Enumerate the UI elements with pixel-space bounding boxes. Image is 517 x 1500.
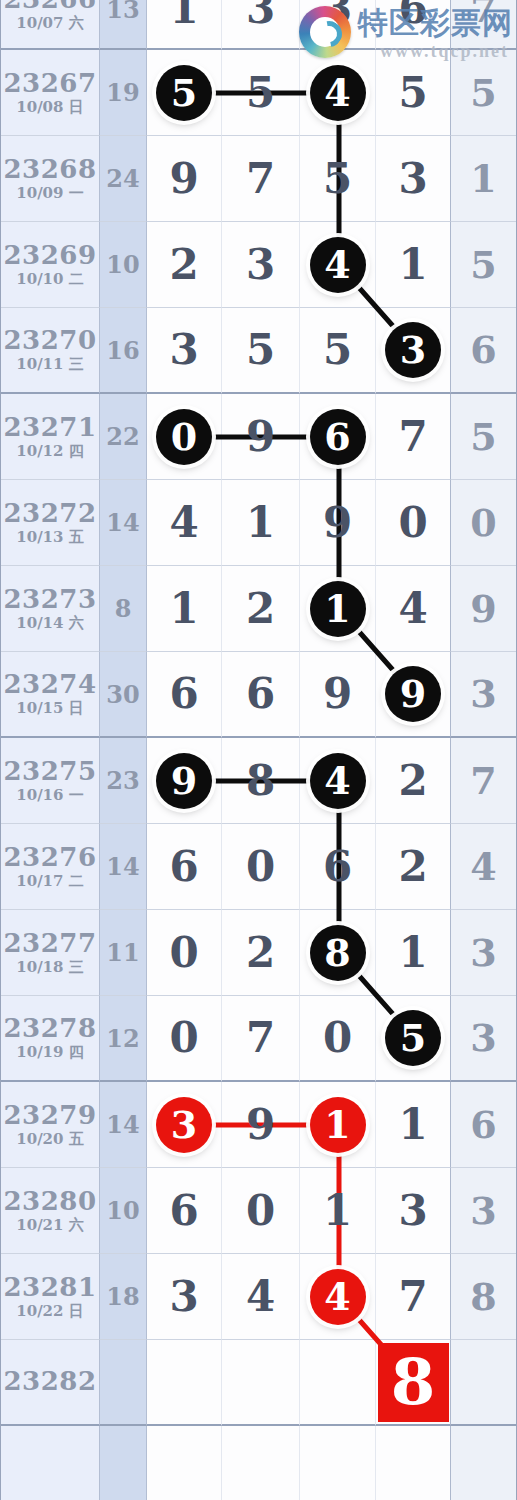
predicted-number-box: 8 (378, 1343, 449, 1422)
digit-value: 6 (169, 846, 198, 888)
digit-cell: 6 (451, 308, 516, 394)
sum-cell: 14 (100, 480, 147, 566)
digit-cell: 4 (451, 824, 516, 910)
sum-value: 10 (106, 250, 139, 279)
period-number: 23280 (4, 1187, 97, 1217)
digit-cell: 6 (147, 824, 222, 910)
sum-cell: 22 (100, 394, 147, 480)
black-circle: 5 (156, 65, 212, 121)
black-circle: 6 (310, 409, 366, 465)
digit-cell: 9 (222, 1082, 300, 1168)
period-cell: 2327810/19 四 (1, 996, 100, 1082)
digit-value: 0 (246, 1190, 275, 1232)
digit-value: 5 (470, 246, 496, 284)
digit-cell (147, 1426, 222, 1500)
digit-cell: 3 (451, 996, 516, 1082)
sum-value: 19 (106, 78, 139, 107)
period-number: 23275 (4, 757, 97, 787)
digit-cell: 2 (222, 566, 300, 652)
period-cell: 2326910/10 二 (1, 222, 100, 308)
sum-cell: 19 (100, 50, 147, 136)
digit-value: 1 (323, 1190, 352, 1232)
digit-cell: 9 (300, 480, 376, 566)
digit-cell: 4 (222, 1254, 300, 1340)
digit-cell: 3 (376, 136, 451, 222)
digit-value: 0 (398, 502, 427, 544)
digit-cell: 5 (451, 394, 516, 480)
sum-cell: 14 (100, 1082, 147, 1168)
digit-value: 4 (398, 588, 427, 630)
digit-value: 6 (323, 846, 352, 888)
digit-value: 0 (470, 504, 496, 542)
draw-date: 10/09 一 (16, 185, 83, 202)
digit-cell: 1 (451, 136, 516, 222)
digit-cell: 9 (376, 652, 451, 738)
digit-cell: 6 (222, 652, 300, 738)
digit-value: 1 (169, 0, 198, 30)
black-circle: 4 (310, 753, 366, 809)
draw-date: 10/20 五 (16, 1131, 83, 1148)
digit-cell: 5 (376, 996, 451, 1082)
digit-value: 9 (169, 158, 198, 200)
digit-cell: 0 (300, 996, 376, 1082)
digit-value: 0 (169, 1017, 198, 1059)
digit-value: 9 (323, 502, 352, 544)
digit-value: 4 (246, 1276, 275, 1318)
digit-cell: 1 (300, 1082, 376, 1168)
period-number: 23277 (4, 929, 97, 959)
digit-value: 3 (470, 1192, 496, 1230)
sum-cell: 12 (100, 996, 147, 1082)
digit-value: 6 (470, 1106, 496, 1144)
digit-cell: 0 (222, 1168, 300, 1254)
sum-cell: 11 (100, 910, 147, 996)
digit-value: 5 (246, 72, 275, 114)
draw-date: 10/12 四 (16, 443, 83, 460)
period-cell: 2327710/18 三 (1, 910, 100, 996)
sum-value: 16 (106, 336, 139, 365)
period-cell: 2328010/21 六 (1, 1168, 100, 1254)
digit-cell: 8 (222, 738, 300, 824)
black-circle: 8 (310, 925, 366, 981)
digit-cell: 3 (147, 1082, 222, 1168)
digit-value: 4 (169, 502, 198, 544)
digit-cell: 0 (451, 480, 516, 566)
sum-value: 30 (106, 680, 139, 709)
sum-value: 12 (106, 1024, 139, 1053)
digit-value: 0 (323, 1017, 352, 1059)
black-circle: 4 (310, 65, 366, 121)
sum-cell (100, 1426, 147, 1500)
period-cell: 2327510/16 一 (1, 738, 100, 824)
trend-grid: 2326610/07 六13133672326710/08 日195545523… (1, 0, 516, 1500)
digit-cell: 5 (376, 50, 451, 136)
period-number: 23278 (4, 1014, 97, 1044)
digit-cell: 7 (376, 394, 451, 480)
period-cell: 2326710/08 日 (1, 50, 100, 136)
digit-value: 2 (398, 760, 427, 802)
period-cell: 2328110/22 日 (1, 1254, 100, 1340)
digit-value: 0 (246, 846, 275, 888)
digit-cell: 0 (376, 480, 451, 566)
digit-cell (222, 1340, 300, 1426)
digit-value: 5 (398, 72, 427, 114)
period-cell (1, 1426, 100, 1500)
period-cell: 2327110/12 四 (1, 394, 100, 480)
digit-cell: 7 (376, 1254, 451, 1340)
digit-cell: 8 (451, 1254, 516, 1340)
digit-value: 1 (246, 502, 275, 544)
digit-cell: 0 (222, 824, 300, 910)
period-number: 23273 (4, 585, 97, 615)
digit-cell: 5 (451, 50, 516, 136)
period-number: 23272 (4, 499, 97, 529)
digit-cell: 4 (147, 480, 222, 566)
digit-value: 9 (246, 416, 275, 458)
digit-cell: 4 (300, 222, 376, 308)
sum-value: 10 (106, 1196, 139, 1225)
digit-cell: 3 (147, 308, 222, 394)
digit-value: 7 (470, 762, 496, 800)
digit-cell: 6 (300, 394, 376, 480)
black-circle: 4 (310, 237, 366, 293)
period-number: 23266 (4, 0, 97, 15)
digit-cell: 6 (300, 824, 376, 910)
period-cell: 2327410/15 日 (1, 652, 100, 738)
draw-date: 10/18 三 (16, 959, 83, 976)
sum-cell: 8 (100, 566, 147, 652)
draw-date: 10/17 二 (16, 873, 83, 890)
sum-value: 14 (106, 852, 139, 881)
digit-cell: 8 (376, 1340, 451, 1426)
digit-cell: 9 (147, 136, 222, 222)
digit-value: 6 (169, 1190, 198, 1232)
digit-value: 3 (470, 675, 496, 713)
period-number: 23282 (4, 1367, 97, 1397)
period-cell: 2326810/09 一 (1, 136, 100, 222)
sum-value: 22 (106, 422, 139, 451)
digit-cell: 4 (300, 738, 376, 824)
draw-date: 10/11 三 (16, 356, 83, 373)
period-number: 23268 (4, 155, 97, 185)
draw-date: 10/10 二 (16, 271, 83, 288)
digit-value: 5 (470, 418, 496, 456)
digit-cell: 3 (376, 1168, 451, 1254)
digit-cell: 0 (147, 910, 222, 996)
digit-value: 0 (169, 932, 198, 974)
sum-cell (100, 1340, 147, 1426)
digit-value: 6 (246, 673, 275, 715)
logo-watermark-url: www.tqcp.net (380, 41, 509, 62)
digit-cell: 7 (222, 996, 300, 1082)
draw-date: 10/19 四 (16, 1044, 83, 1061)
logo-title: 特区彩票网 (358, 6, 513, 39)
digit-cell (300, 1340, 376, 1426)
digit-cell: 3 (222, 0, 300, 50)
black-circle: 0 (156, 409, 212, 465)
black-circle: 1 (310, 581, 366, 637)
digit-cell (376, 1426, 451, 1500)
period-cell: 2327210/13 五 (1, 480, 100, 566)
digit-value: 3 (470, 934, 496, 972)
digit-cell (451, 1340, 516, 1426)
digit-value: 3 (398, 158, 427, 200)
draw-date: 10/22 日 (16, 1303, 83, 1320)
digit-value: 1 (398, 1104, 427, 1146)
draw-date: 10/13 五 (16, 529, 83, 546)
digit-value: 1 (398, 932, 427, 974)
digit-cell: 0 (147, 394, 222, 480)
draw-date: 10/14 六 (16, 615, 83, 632)
digit-cell: 5 (451, 222, 516, 308)
digit-cell: 4 (300, 1254, 376, 1340)
digit-cell: 9 (300, 652, 376, 738)
sum-cell: 10 (100, 222, 147, 308)
sum-cell: 18 (100, 1254, 147, 1340)
sum-value: 14 (106, 1110, 139, 1139)
digit-cell: 7 (451, 738, 516, 824)
digit-cell: 2 (222, 910, 300, 996)
digit-value: 2 (398, 846, 427, 888)
sum-cell: 14 (100, 824, 147, 910)
sum-cell: 24 (100, 136, 147, 222)
digit-value: 7 (246, 1017, 275, 1059)
digit-cell: 0 (147, 996, 222, 1082)
sum-value: 8 (115, 594, 132, 623)
digit-cell: 8 (300, 910, 376, 996)
black-circle: 5 (385, 1010, 441, 1066)
period-number: 23279 (4, 1101, 97, 1131)
digit-cell: 6 (147, 1168, 222, 1254)
digit-cell: 5 (222, 50, 300, 136)
digit-value: 1 (470, 160, 496, 198)
digit-value: 9 (470, 590, 496, 628)
sum-cell: 10 (100, 1168, 147, 1254)
digit-cell (451, 1426, 516, 1500)
digit-value: 7 (398, 1276, 427, 1318)
draw-date: 10/21 六 (16, 1217, 83, 1234)
sum-cell: 30 (100, 652, 147, 738)
digit-value: 3 (169, 329, 198, 371)
digit-value: 3 (470, 1019, 496, 1057)
digit-value: 9 (323, 673, 352, 715)
sum-cell: 16 (100, 308, 147, 394)
digit-cell: 1 (222, 480, 300, 566)
period-number: 23267 (4, 69, 97, 99)
digit-cell: 3 (147, 1254, 222, 1340)
sum-value: 13 (106, 0, 139, 24)
digit-cell: 5 (222, 308, 300, 394)
digit-cell: 4 (300, 50, 376, 136)
digit-cell: 2 (376, 824, 451, 910)
digit-cell: 3 (451, 1168, 516, 1254)
digit-cell: 1 (376, 222, 451, 308)
draw-date: 10/15 日 (16, 700, 83, 717)
digit-value: 5 (246, 329, 275, 371)
period-number: 23270 (4, 326, 97, 356)
digit-cell: 5 (300, 136, 376, 222)
digit-cell: 2 (376, 738, 451, 824)
draw-date: 10/07 六 (16, 15, 83, 32)
digit-cell: 3 (222, 222, 300, 308)
digit-value: 8 (470, 1278, 496, 1316)
draw-date: 10/16 一 (16, 787, 83, 804)
digit-cell: 5 (300, 308, 376, 394)
digit-value: 1 (398, 244, 427, 286)
period-cell: 2327010/11 三 (1, 308, 100, 394)
sum-value: 14 (106, 508, 139, 537)
period-cell: 2327910/20 五 (1, 1082, 100, 1168)
digit-cell: 5 (147, 50, 222, 136)
digit-cell (300, 1426, 376, 1500)
digit-value: 3 (398, 1190, 427, 1232)
digit-cell: 3 (376, 308, 451, 394)
digit-cell: 9 (451, 566, 516, 652)
digit-cell: 1 (147, 566, 222, 652)
period-number: 23276 (4, 843, 97, 873)
digit-value: 7 (246, 158, 275, 200)
period-cell: 2327610/17 二 (1, 824, 100, 910)
lottery-trend-chart: 2326610/07 六13133672326710/08 日195545523… (0, 0, 517, 1500)
digit-cell: 1 (300, 1168, 376, 1254)
digit-cell: 6 (147, 652, 222, 738)
digit-value: 5 (470, 74, 496, 112)
digit-value: 6 (169, 673, 198, 715)
digit-value: 8 (246, 760, 275, 802)
sum-cell: 13 (100, 0, 147, 50)
digit-value: 4 (470, 848, 496, 886)
black-circle: 9 (385, 666, 441, 722)
digit-cell: 3 (451, 652, 516, 738)
period-number: 23274 (4, 670, 97, 700)
digit-cell: 3 (451, 910, 516, 996)
digit-cell: 9 (222, 394, 300, 480)
digit-cell (222, 1426, 300, 1500)
digit-value: 3 (246, 244, 275, 286)
digit-value: 9 (246, 1104, 275, 1146)
digit-cell: 9 (147, 738, 222, 824)
digit-value: 2 (246, 932, 275, 974)
black-circle: 3 (385, 322, 441, 378)
sum-value: 23 (106, 766, 139, 795)
digit-value: 7 (398, 416, 427, 458)
digit-cell (147, 1340, 222, 1426)
digit-cell: 2 (147, 222, 222, 308)
sum-value: 11 (106, 938, 139, 967)
logo-text-block: 特区彩票网 www.tqcp.net (358, 6, 513, 62)
digit-value: 3 (169, 1276, 198, 1318)
period-number: 23271 (4, 413, 97, 443)
sum-value: 18 (106, 1282, 139, 1311)
digit-value: 2 (246, 588, 275, 630)
digit-cell: 1 (376, 910, 451, 996)
digit-value: 2 (169, 244, 198, 286)
period-cell: 2327310/14 六 (1, 566, 100, 652)
period-number: 23281 (4, 1273, 97, 1303)
digit-cell: 1 (147, 0, 222, 50)
digit-cell: 1 (376, 1082, 451, 1168)
digit-cell: 4 (376, 566, 451, 652)
digit-cell: 1 (300, 566, 376, 652)
digit-value: 1 (169, 588, 198, 630)
red-circle: 3 (156, 1097, 212, 1153)
digit-cell: 7 (222, 136, 300, 222)
sum-cell: 23 (100, 738, 147, 824)
draw-date: 10/08 日 (16, 99, 83, 116)
sum-value: 24 (106, 164, 139, 193)
site-logo: 特区彩票网 www.tqcp.net (299, 6, 513, 62)
period-cell: 23282 (1, 1340, 100, 1426)
digit-value: 5 (323, 158, 352, 200)
red-circle: 1 (310, 1097, 366, 1153)
period-number: 23269 (4, 241, 97, 271)
digit-cell: 6 (451, 1082, 516, 1168)
logo-swirl-icon (299, 6, 351, 58)
red-circle: 4 (310, 1269, 366, 1325)
black-circle: 9 (156, 753, 212, 809)
digit-value: 5 (323, 329, 352, 371)
period-cell: 2326610/07 六 (1, 0, 100, 50)
digit-value: 3 (246, 0, 275, 30)
digit-value: 6 (470, 331, 496, 369)
